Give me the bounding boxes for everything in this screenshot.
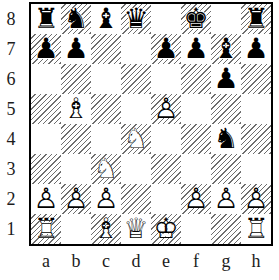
square-c4[interactable] — [91, 124, 121, 154]
piece-black-pawn: ♟ — [153, 35, 178, 63]
square-d1[interactable]: ♛♕ — [121, 214, 151, 244]
square-b8[interactable]: ♞ — [61, 4, 91, 34]
square-f1[interactable] — [181, 214, 211, 244]
square-c5[interactable] — [91, 94, 121, 124]
square-d6[interactable] — [121, 64, 151, 94]
piece-white-rook: ♖ — [33, 215, 58, 243]
piece-black-rook: ♜ — [33, 5, 58, 33]
square-h1[interactable]: ♜♖ — [241, 214, 271, 244]
piece-white-queen: ♕ — [123, 215, 148, 243]
piece-white-knight: ♘ — [93, 155, 118, 183]
square-d2[interactable] — [121, 184, 151, 214]
square-c1[interactable]: ♝♗ — [91, 214, 121, 244]
square-c8[interactable]: ♝ — [91, 4, 121, 34]
square-e7[interactable]: ♟ — [151, 34, 181, 64]
piece-black-bishop: ♝ — [213, 35, 238, 63]
square-f6[interactable] — [181, 64, 211, 94]
file-label-f: f — [181, 246, 211, 276]
rank-label-6: 6 — [0, 64, 22, 94]
square-f4[interactable] — [181, 124, 211, 154]
square-a2[interactable]: ♟♙ — [31, 184, 61, 214]
piece-black-pawn: ♟ — [213, 65, 238, 93]
rank-label-8: 8 — [0, 4, 22, 34]
rank-label-7: 7 — [0, 34, 22, 64]
piece-black-king: ♚ — [183, 5, 208, 33]
piece-black-bishop: ♝ — [93, 5, 118, 33]
piece-black-rook: ♜ — [243, 5, 268, 33]
square-b2[interactable]: ♟♙ — [61, 184, 91, 214]
square-h2[interactable]: ♟♙ — [241, 184, 271, 214]
square-g6[interactable]: ♟ — [211, 64, 241, 94]
piece-black-pawn: ♟ — [243, 35, 268, 63]
square-f7[interactable]: ♟ — [181, 34, 211, 64]
piece-black-queen: ♛ — [123, 5, 148, 33]
square-h4[interactable] — [241, 124, 271, 154]
square-a3[interactable] — [31, 154, 61, 184]
piece-white-pawn: ♙ — [183, 185, 208, 213]
chess-board: ♜♞♝♛♚♜♟♟♟♟♝♟♟♝♗♟♙♞♘♞♞♘♟♙♟♙♟♙♟♙♟♙♟♙♜♖♝♗♛♕… — [29, 2, 273, 246]
square-b4[interactable] — [61, 124, 91, 154]
chess-diagram: 87654321 ♜♞♝♛♚♜♟♟♟♟♝♟♟♝♗♟♙♞♘♞♞♘♟♙♟♙♟♙♟♙♟… — [0, 0, 279, 280]
file-labels: abcdefgh — [31, 246, 271, 276]
rank-label-4: 4 — [0, 124, 22, 154]
square-c3[interactable]: ♞♘ — [91, 154, 121, 184]
square-h8[interactable]: ♜ — [241, 4, 271, 34]
square-a1[interactable]: ♜♖ — [31, 214, 61, 244]
piece-black-pawn: ♟ — [183, 35, 208, 63]
square-a7[interactable]: ♟ — [31, 34, 61, 64]
square-h7[interactable]: ♟ — [241, 34, 271, 64]
square-f2[interactable]: ♟♙ — [181, 184, 211, 214]
square-g5[interactable] — [211, 94, 241, 124]
square-g7[interactable]: ♝ — [211, 34, 241, 64]
file-label-b: b — [61, 246, 91, 276]
square-f5[interactable] — [181, 94, 211, 124]
square-h5[interactable] — [241, 94, 271, 124]
square-b5[interactable]: ♝♗ — [61, 94, 91, 124]
rank-label-3: 3 — [0, 154, 22, 184]
square-a5[interactable] — [31, 94, 61, 124]
square-d3[interactable] — [121, 154, 151, 184]
square-b7[interactable]: ♟ — [61, 34, 91, 64]
square-f3[interactable] — [181, 154, 211, 184]
square-d8[interactable]: ♛ — [121, 4, 151, 34]
file-label-a: a — [31, 246, 61, 276]
piece-white-bishop: ♗ — [63, 95, 88, 123]
square-c7[interactable] — [91, 34, 121, 64]
piece-white-pawn: ♙ — [153, 95, 178, 123]
piece-white-pawn: ♙ — [213, 185, 238, 213]
square-b6[interactable] — [61, 64, 91, 94]
square-g3[interactable] — [211, 154, 241, 184]
square-d4[interactable]: ♞♘ — [121, 124, 151, 154]
piece-white-pawn: ♙ — [33, 185, 58, 213]
square-a4[interactable] — [31, 124, 61, 154]
rank-labels: 87654321 — [0, 4, 22, 244]
piece-white-king: ♔ — [153, 215, 178, 243]
square-d7[interactable] — [121, 34, 151, 64]
square-e3[interactable] — [151, 154, 181, 184]
file-label-h: h — [241, 246, 271, 276]
rank-label-5: 5 — [0, 94, 22, 124]
square-d5[interactable] — [121, 94, 151, 124]
square-g2[interactable]: ♟♙ — [211, 184, 241, 214]
square-e5[interactable]: ♟♙ — [151, 94, 181, 124]
square-e2[interactable] — [151, 184, 181, 214]
square-a6[interactable] — [31, 64, 61, 94]
rank-label-1: 1 — [0, 214, 22, 244]
file-label-c: c — [91, 246, 121, 276]
square-g8[interactable] — [211, 4, 241, 34]
square-e1[interactable]: ♚♔ — [151, 214, 181, 244]
square-g4[interactable]: ♞ — [211, 124, 241, 154]
piece-white-rook: ♖ — [243, 215, 268, 243]
piece-white-knight: ♘ — [123, 125, 148, 153]
rank-label-2: 2 — [0, 184, 22, 214]
square-g1[interactable] — [211, 214, 241, 244]
file-label-g: g — [211, 246, 241, 276]
square-c6[interactable] — [91, 64, 121, 94]
square-c2[interactable]: ♟♙ — [91, 184, 121, 214]
piece-black-knight: ♞ — [213, 125, 238, 153]
piece-white-pawn: ♙ — [93, 185, 118, 213]
square-b3[interactable] — [61, 154, 91, 184]
square-a8[interactable]: ♜ — [31, 4, 61, 34]
square-f8[interactable]: ♚ — [181, 4, 211, 34]
square-h3[interactable] — [241, 154, 271, 184]
piece-white-bishop: ♗ — [93, 215, 118, 243]
square-e4[interactable] — [151, 124, 181, 154]
square-e8[interactable] — [151, 4, 181, 34]
square-h6[interactable] — [241, 64, 271, 94]
file-label-e: e — [151, 246, 181, 276]
piece-black-pawn: ♟ — [63, 35, 88, 63]
piece-black-knight: ♞ — [63, 5, 88, 33]
piece-white-pawn: ♙ — [243, 185, 268, 213]
square-b1[interactable] — [61, 214, 91, 244]
piece-white-pawn: ♙ — [63, 185, 88, 213]
file-label-d: d — [121, 246, 151, 276]
square-e6[interactable] — [151, 64, 181, 94]
piece-black-pawn: ♟ — [33, 35, 58, 63]
